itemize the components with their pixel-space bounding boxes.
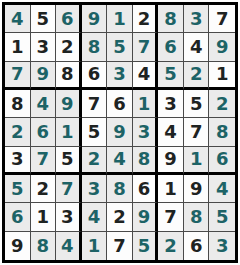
- cell-r4c7[interactable]: 3: [158, 90, 184, 118]
- cell-r3c9[interactable]: 1: [209, 62, 235, 90]
- cell-r2c2[interactable]: 3: [31, 33, 57, 61]
- cell-r5c5[interactable]: 9: [107, 118, 133, 146]
- cell-r7c3[interactable]: 7: [56, 175, 82, 203]
- cell-r8c8[interactable]: 8: [184, 203, 210, 231]
- cell-r5c4[interactable]: 5: [82, 118, 108, 146]
- cell-r1c1[interactable]: 4: [5, 5, 31, 33]
- cell-r9c1[interactable]: 9: [5, 232, 31, 260]
- cell-r6c5[interactable]: 4: [107, 147, 133, 175]
- cell-r7c9[interactable]: 4: [209, 175, 235, 203]
- cell-r3c6[interactable]: 4: [133, 62, 159, 90]
- cell-r1c2[interactable]: 5: [31, 5, 57, 33]
- cell-r3c4[interactable]: 6: [82, 62, 108, 90]
- cell-r7c1[interactable]: 5: [5, 175, 31, 203]
- cell-r5c6[interactable]: 3: [133, 118, 159, 146]
- cell-r8c6[interactable]: 9: [133, 203, 159, 231]
- cell-r6c4[interactable]: 2: [82, 147, 108, 175]
- cell-r4c8[interactable]: 5: [184, 90, 210, 118]
- cell-r9c4[interactable]: 1: [82, 232, 108, 260]
- cell-r3c1[interactable]: 7: [5, 62, 31, 90]
- cell-r4c9[interactable]: 2: [209, 90, 235, 118]
- cell-r4c1[interactable]: 8: [5, 90, 31, 118]
- cell-r9c7[interactable]: 2: [158, 232, 184, 260]
- cell-r8c7[interactable]: 7: [158, 203, 184, 231]
- cell-r9c9[interactable]: 3: [209, 232, 235, 260]
- cell-r2c6[interactable]: 7: [133, 33, 159, 61]
- cell-r6c8[interactable]: 1: [184, 147, 210, 175]
- cell-r7c6[interactable]: 6: [133, 175, 159, 203]
- cell-r8c4[interactable]: 4: [82, 203, 108, 231]
- cell-r6c6[interactable]: 8: [133, 147, 159, 175]
- cell-r2c5[interactable]: 5: [107, 33, 133, 61]
- cell-r3c3[interactable]: 8: [56, 62, 82, 90]
- cell-r8c3[interactable]: 3: [56, 203, 82, 231]
- cell-r4c2[interactable]: 4: [31, 90, 57, 118]
- cell-r6c1[interactable]: 3: [5, 147, 31, 175]
- cell-r5c9[interactable]: 8: [209, 118, 235, 146]
- cell-r3c7[interactable]: 5: [158, 62, 184, 90]
- cell-r9c3[interactable]: 4: [56, 232, 82, 260]
- cell-r9c5[interactable]: 7: [107, 232, 133, 260]
- cell-r1c8[interactable]: 3: [184, 5, 210, 33]
- cell-r2c8[interactable]: 4: [184, 33, 210, 61]
- cell-r5c8[interactable]: 7: [184, 118, 210, 146]
- cell-r1c6[interactable]: 2: [133, 5, 159, 33]
- cell-r2c4[interactable]: 8: [82, 33, 108, 61]
- cell-r1c3[interactable]: 6: [56, 5, 82, 33]
- sudoku-board: 4569128371328576497986345218497613522615…: [2, 2, 238, 263]
- cell-r5c1[interactable]: 2: [5, 118, 31, 146]
- cell-r6c3[interactable]: 5: [56, 147, 82, 175]
- cell-r9c6[interactable]: 5: [133, 232, 159, 260]
- cell-r1c4[interactable]: 9: [82, 5, 108, 33]
- cell-r4c4[interactable]: 7: [82, 90, 108, 118]
- cell-r3c2[interactable]: 9: [31, 62, 57, 90]
- cell-r5c3[interactable]: 1: [56, 118, 82, 146]
- cell-r6c2[interactable]: 7: [31, 147, 57, 175]
- cell-r8c1[interactable]: 6: [5, 203, 31, 231]
- cell-r6c7[interactable]: 9: [158, 147, 184, 175]
- cell-r7c8[interactable]: 9: [184, 175, 210, 203]
- cell-r5c7[interactable]: 4: [158, 118, 184, 146]
- cell-r1c7[interactable]: 8: [158, 5, 184, 33]
- cell-r7c5[interactable]: 8: [107, 175, 133, 203]
- cell-r3c5[interactable]: 3: [107, 62, 133, 90]
- cell-r5c2[interactable]: 6: [31, 118, 57, 146]
- cell-r8c9[interactable]: 5: [209, 203, 235, 231]
- cell-r7c2[interactable]: 2: [31, 175, 57, 203]
- cell-r9c8[interactable]: 6: [184, 232, 210, 260]
- cell-r1c9[interactable]: 7: [209, 5, 235, 33]
- cell-r3c8[interactable]: 2: [184, 62, 210, 90]
- cell-r2c3[interactable]: 2: [56, 33, 82, 61]
- cell-r7c4[interactable]: 3: [82, 175, 108, 203]
- cell-r4c5[interactable]: 6: [107, 90, 133, 118]
- cell-r8c5[interactable]: 2: [107, 203, 133, 231]
- cell-r1c5[interactable]: 1: [107, 5, 133, 33]
- cell-r6c9[interactable]: 6: [209, 147, 235, 175]
- cell-r9c2[interactable]: 8: [31, 232, 57, 260]
- cell-r2c9[interactable]: 9: [209, 33, 235, 61]
- cell-r4c3[interactable]: 9: [56, 90, 82, 118]
- cell-r2c1[interactable]: 1: [5, 33, 31, 61]
- cell-r4c6[interactable]: 1: [133, 90, 159, 118]
- cell-r7c7[interactable]: 1: [158, 175, 184, 203]
- cell-r8c2[interactable]: 1: [31, 203, 57, 231]
- cell-r2c7[interactable]: 6: [158, 33, 184, 61]
